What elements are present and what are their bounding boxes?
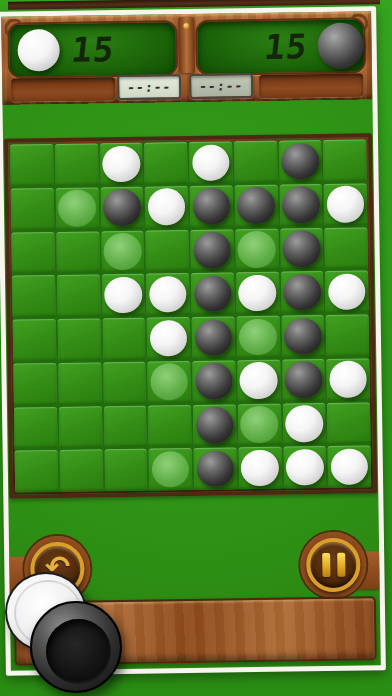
board-cell-r8c1[interactable] (15, 450, 58, 492)
board-cell-r3c4[interactable] (146, 230, 189, 272)
board-cell-r2c2[interactable] (55, 187, 98, 229)
board-cell-r1c7[interactable] (279, 140, 322, 182)
board-cell-r8c7[interactable] (283, 446, 326, 488)
hint-disc (103, 233, 141, 270)
gold-stud-icon (183, 23, 189, 29)
board-cell-r5c8[interactable] (326, 314, 369, 356)
white-disc (149, 320, 187, 357)
black-disc (282, 230, 320, 267)
black-disc (193, 231, 231, 268)
black-disc (194, 319, 232, 356)
board-cell-r1c5[interactable] (189, 141, 232, 183)
board-cell-r6c1[interactable] (13, 363, 56, 405)
header-divider (178, 17, 195, 73)
board-cell-r1c8[interactable] (323, 139, 366, 181)
timer-slot-right (259, 73, 363, 98)
board-cell-r7c6[interactable] (238, 403, 281, 445)
game-content: 15 15 --:-- --:-- (1, 11, 381, 670)
white-score-panel: 15 (7, 20, 178, 79)
board-cell-r6c8[interactable] (327, 358, 370, 400)
black-disc (195, 363, 233, 400)
black-disc (103, 189, 141, 226)
white-disc (286, 449, 324, 486)
board-cell-r6c5[interactable] (192, 360, 235, 402)
board-cell-r3c6[interactable] (235, 228, 278, 270)
black-disc (237, 187, 275, 224)
board-cell-r5c2[interactable] (57, 318, 100, 360)
timer-slot-left (11, 77, 115, 102)
white-disc (240, 362, 278, 399)
black-disc (282, 186, 320, 223)
hint-disc (238, 231, 276, 268)
white-disc (285, 405, 323, 442)
board-cell-r4c1[interactable] (12, 275, 55, 317)
board-cell-r8c3[interactable] (104, 449, 147, 491)
board-cell-r6c3[interactable] (103, 361, 146, 403)
white-disc (149, 276, 187, 313)
black-score: 15 (263, 26, 310, 67)
board-cell-r4c3[interactable] (102, 274, 145, 316)
black-disc (281, 143, 319, 180)
board-cell-r1c3[interactable] (100, 143, 143, 185)
board-cell-r4c5[interactable] (191, 273, 234, 315)
board-cell-r2c1[interactable] (11, 188, 54, 230)
hint-disc (240, 406, 278, 443)
board-cell-r1c6[interactable] (234, 141, 277, 183)
board-cell-r7c1[interactable] (14, 406, 57, 448)
board-cell-r3c5[interactable] (190, 229, 233, 271)
board-cell-r7c7[interactable] (282, 403, 325, 445)
board-cell-r8c4[interactable] (149, 448, 192, 490)
black-timer-lcd: --:-- (189, 73, 253, 99)
board-cell-r6c6[interactable] (237, 359, 280, 401)
black-disc (284, 361, 322, 398)
white-disc (104, 276, 142, 313)
board-cell-r8c2[interactable] (59, 450, 102, 492)
board-cell-r5c3[interactable] (102, 318, 145, 360)
hint-disc (239, 318, 277, 355)
board-cell-r3c2[interactable] (56, 231, 99, 273)
white-disc (148, 188, 186, 225)
board-cell-r5c5[interactable] (192, 316, 235, 358)
board-cell-r5c6[interactable] (236, 316, 279, 358)
white-ball-icon (17, 29, 60, 72)
white-disc (192, 144, 230, 181)
board-cell-r5c7[interactable] (281, 315, 324, 357)
black-disc (196, 406, 234, 443)
board-cell-r6c2[interactable] (58, 362, 101, 404)
board-cell-r4c4[interactable] (146, 273, 189, 315)
board-cell-r4c2[interactable] (57, 275, 100, 317)
black-disc (284, 318, 322, 355)
board-cell-r6c7[interactable] (282, 359, 325, 401)
black-ball-icon (317, 22, 364, 69)
board-cell-r7c4[interactable] (148, 405, 191, 447)
board-cell-r8c6[interactable] (238, 447, 281, 489)
white-timer-lcd: --:-- (117, 74, 181, 100)
scoreboard-header: 15 15 --:-- --:-- (1, 11, 372, 104)
board-cell-r5c4[interactable] (147, 317, 190, 359)
hint-disc (151, 451, 189, 488)
board-cell-r3c8[interactable] (325, 227, 368, 269)
black-disc (194, 275, 232, 312)
board-cell-r2c3[interactable] (100, 186, 143, 228)
white-disc (328, 273, 366, 310)
board-cell-r7c5[interactable] (193, 404, 236, 446)
board-cell-r6c4[interactable] (148, 361, 191, 403)
black-disc (192, 188, 230, 225)
hint-disc (58, 190, 96, 227)
white-disc (330, 448, 368, 485)
white-disc (102, 145, 140, 182)
turn-indicator-black-disc (30, 601, 122, 693)
board-cell-r3c3[interactable] (101, 230, 144, 272)
board-cell-r2c7[interactable] (279, 184, 322, 226)
board-cell-r2c5[interactable] (190, 185, 233, 227)
board-cell-r4c7[interactable] (280, 271, 323, 313)
white-disc (327, 186, 365, 223)
board-cell-r5c1[interactable] (13, 319, 56, 361)
white-disc (241, 449, 279, 486)
white-disc (238, 274, 276, 311)
pause-icon (322, 553, 345, 577)
board-cell-r7c8[interactable] (327, 402, 370, 444)
hint-disc (150, 363, 188, 400)
black-disc (283, 274, 321, 311)
board-cell-r8c8[interactable] (328, 446, 371, 488)
white-score: 15 (70, 29, 117, 70)
board-cell-r7c3[interactable] (103, 405, 146, 447)
board-cell-r1c1[interactable] (10, 144, 53, 186)
board-cell-r1c2[interactable] (55, 143, 98, 185)
black-score-panel: 15 (195, 17, 366, 76)
board-cell-r3c1[interactable] (11, 232, 54, 274)
black-timer-value: --:-- (198, 78, 244, 94)
board-cell-r2c8[interactable] (324, 183, 367, 225)
black-disc (196, 450, 234, 487)
board-cell-r2c6[interactable] (234, 184, 277, 226)
board-cell-r4c6[interactable] (236, 272, 279, 314)
board-grid (10, 139, 371, 492)
othello-board (4, 133, 377, 498)
board-cell-r3c7[interactable] (280, 228, 323, 270)
board-cell-r1c4[interactable] (144, 142, 187, 184)
board-cell-r7c2[interactable] (59, 406, 102, 448)
white-disc (329, 361, 367, 398)
white-timer-value: --:-- (126, 79, 172, 95)
board-cell-r8c5[interactable] (194, 448, 237, 490)
board-cell-r2c4[interactable] (145, 186, 188, 228)
board-cell-r4c8[interactable] (325, 271, 368, 313)
